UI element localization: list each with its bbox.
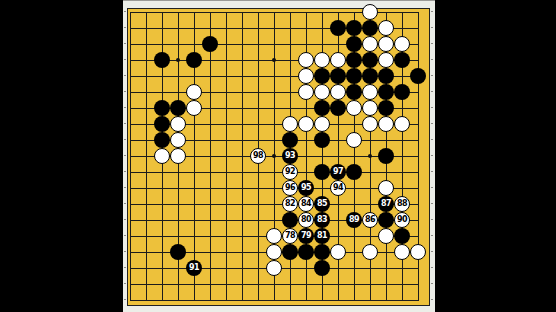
stone-black [186, 52, 202, 68]
go-board[interactable]: 9893929796959482848587888083898690787981… [127, 8, 430, 306]
stone-black [282, 212, 298, 228]
stone-white [298, 68, 314, 84]
coordinate-tick [431, 299, 433, 300]
stone-move-83: 83 [314, 212, 330, 228]
coordinate-tick [431, 11, 433, 12]
stone-black [378, 148, 394, 164]
stone-move-93: 93 [282, 148, 298, 164]
stone-black [154, 100, 170, 116]
stone-white [362, 100, 378, 116]
coordinate-tick [431, 267, 433, 268]
stone-move-98: 98 [250, 148, 266, 164]
stone-white [330, 84, 346, 100]
coordinate-tick [431, 171, 433, 172]
stone-black [298, 244, 314, 260]
stone-black [410, 68, 426, 84]
stone-white [170, 132, 186, 148]
grid-line-horizontal [130, 204, 419, 205]
stone-white [314, 116, 330, 132]
coordinate-tick [124, 139, 126, 140]
stone-white [330, 52, 346, 68]
stone-white [378, 180, 394, 196]
coordinate-tick [124, 155, 126, 156]
stone-black [314, 164, 330, 180]
stone-black [202, 36, 218, 52]
stone-black [346, 68, 362, 84]
coordinate-tick [124, 299, 126, 300]
coordinate-tick [124, 107, 126, 108]
board-panel: 9893929796959482848587888083898690787981… [123, 0, 435, 312]
coordinate-tick [431, 187, 433, 188]
stone-black [314, 132, 330, 148]
stone-white [298, 116, 314, 132]
coordinate-tick [124, 283, 126, 284]
stone-white [394, 36, 410, 52]
stone-black [330, 68, 346, 84]
stone-white [346, 100, 362, 116]
grid-line-horizontal [130, 188, 419, 189]
coordinate-tick [431, 139, 433, 140]
coordinate-tick [431, 219, 433, 220]
stone-move-82: 82 [282, 196, 298, 212]
coordinate-tick [124, 91, 126, 92]
stone-white [266, 260, 282, 276]
stone-black [314, 260, 330, 276]
stone-move-97: 97 [330, 164, 346, 180]
stone-move-91: 91 [186, 260, 202, 276]
coordinate-tick [431, 59, 433, 60]
stone-white [378, 36, 394, 52]
stone-white [378, 20, 394, 36]
stone-move-90: 90 [394, 212, 410, 228]
coordinate-tick [124, 75, 126, 76]
coordinate-tick [431, 43, 433, 44]
stone-move-87: 87 [378, 196, 394, 212]
stone-black [378, 68, 394, 84]
stone-black [314, 100, 330, 116]
stone-black [394, 228, 410, 244]
coordinate-tick [124, 187, 126, 188]
stone-black [154, 52, 170, 68]
stone-move-80: 80 [298, 212, 314, 228]
coordinate-tick [431, 75, 433, 76]
star-point [272, 154, 276, 158]
stone-white [154, 148, 170, 164]
stone-white [362, 244, 378, 260]
stone-move-85: 85 [314, 196, 330, 212]
stone-black [394, 84, 410, 100]
stone-move-86: 86 [362, 212, 378, 228]
coordinate-tick [431, 155, 433, 156]
stone-white [362, 4, 378, 20]
star-point [176, 58, 180, 62]
grid-line-horizontal [130, 300, 419, 301]
letterbox-left [0, 0, 123, 312]
coordinate-tick [431, 283, 433, 284]
coordinate-tick [124, 219, 126, 220]
stone-black [346, 20, 362, 36]
stone-white [394, 244, 410, 260]
stone-black [362, 52, 378, 68]
stone-black [154, 116, 170, 132]
stone-black [362, 68, 378, 84]
letterbox-right [435, 0, 556, 312]
grid-line-horizontal [130, 172, 419, 173]
stone-move-79: 79 [298, 228, 314, 244]
stone-black [314, 68, 330, 84]
stone-black [346, 84, 362, 100]
coordinate-tick [124, 171, 126, 172]
stone-black [378, 84, 394, 100]
stone-white [410, 244, 426, 260]
coordinate-tick [431, 27, 433, 28]
stone-move-81: 81 [314, 228, 330, 244]
stone-white [346, 132, 362, 148]
stone-white [266, 228, 282, 244]
stone-black [378, 100, 394, 116]
stone-black [314, 244, 330, 260]
star-point [272, 58, 276, 62]
stone-white [298, 84, 314, 100]
stone-white [378, 228, 394, 244]
stone-move-94: 94 [330, 180, 346, 196]
coordinate-tick [124, 11, 126, 12]
stone-black [346, 52, 362, 68]
stone-white [170, 148, 186, 164]
stone-white [282, 116, 298, 132]
stone-move-84: 84 [298, 196, 314, 212]
coordinate-tick [431, 91, 433, 92]
stone-black [170, 100, 186, 116]
stone-move-96: 96 [282, 180, 298, 196]
stone-white [378, 52, 394, 68]
stone-black [330, 100, 346, 116]
stone-white [186, 100, 202, 116]
coordinate-tick [431, 123, 433, 124]
stone-white [266, 244, 282, 260]
coordinate-tick [124, 203, 126, 204]
stone-black [282, 244, 298, 260]
stone-black [282, 132, 298, 148]
stone-white [314, 52, 330, 68]
stone-white [186, 84, 202, 100]
stone-black [154, 132, 170, 148]
coordinate-tick [431, 251, 433, 252]
stone-black [394, 52, 410, 68]
star-point [368, 154, 372, 158]
stone-black [330, 20, 346, 36]
stone-move-89: 89 [346, 212, 362, 228]
coordinate-tick [124, 235, 126, 236]
stone-black [346, 36, 362, 52]
coordinate-tick [124, 251, 126, 252]
stone-white [314, 84, 330, 100]
stone-white [362, 36, 378, 52]
stone-white [394, 116, 410, 132]
stone-black [346, 164, 362, 180]
coordinate-tick [124, 267, 126, 268]
grid-line-horizontal [130, 284, 419, 285]
stone-move-88: 88 [394, 196, 410, 212]
stone-black [362, 20, 378, 36]
coordinate-tick [124, 27, 126, 28]
coordinate-tick [124, 43, 126, 44]
coordinate-tick [124, 59, 126, 60]
stone-black [170, 244, 186, 260]
stone-black [378, 212, 394, 228]
stone-white [170, 116, 186, 132]
stone-white [362, 116, 378, 132]
stone-move-95: 95 [298, 180, 314, 196]
stone-white [298, 52, 314, 68]
coordinate-tick [431, 203, 433, 204]
stone-white [378, 116, 394, 132]
stone-white [330, 244, 346, 260]
stone-move-78: 78 [282, 228, 298, 244]
coordinate-tick [431, 107, 433, 108]
coordinate-tick [431, 235, 433, 236]
coordinate-tick [124, 123, 126, 124]
stone-white [362, 84, 378, 100]
stone-move-92: 92 [282, 164, 298, 180]
